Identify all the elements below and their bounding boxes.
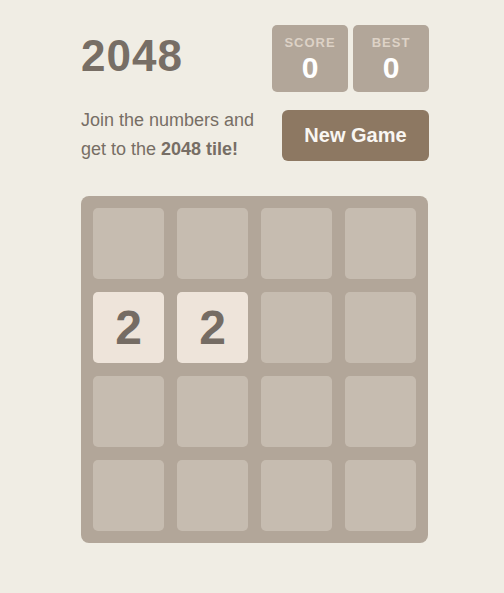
intro-line1: Join the numbers and <box>81 110 254 130</box>
game-intro: Join the numbers and get to the 2048 til… <box>81 106 254 164</box>
scores-container: SCORE 0 BEST 0 <box>272 25 429 92</box>
board-cell-empty <box>345 292 416 363</box>
board-cell-empty <box>261 376 332 447</box>
best-value: 0 <box>383 51 400 85</box>
score-label: SCORE <box>284 35 335 51</box>
board-cell-empty <box>93 460 164 531</box>
board-cell-empty <box>177 376 248 447</box>
tile-2: 2 <box>93 292 164 363</box>
board-cell-empty <box>93 376 164 447</box>
intro-line2-goal: 2048 tile! <box>161 139 238 159</box>
best-box: BEST 0 <box>353 25 429 92</box>
board-cell-empty <box>93 208 164 279</box>
best-label: BEST <box>372 35 411 51</box>
new-game-button[interactable]: New Game <box>282 110 429 161</box>
board-cell-empty <box>345 208 416 279</box>
tile-2: 2 <box>177 292 248 363</box>
board-cell-empty <box>261 208 332 279</box>
header: 2048 SCORE 0 BEST 0 <box>81 25 429 92</box>
intro-line2-prefix: get to the <box>81 139 161 159</box>
board-cell-empty <box>177 208 248 279</box>
board-cell-empty <box>261 460 332 531</box>
board-cell-empty <box>177 460 248 531</box>
board[interactable]: 22 <box>81 196 428 543</box>
score-box: SCORE 0 <box>272 25 348 92</box>
above-board-row: Join the numbers and get to the 2048 til… <box>81 106 429 164</box>
game-container: 2048 SCORE 0 BEST 0 Join the numbers and… <box>81 25 429 543</box>
board-cell-empty <box>261 292 332 363</box>
score-value: 0 <box>302 51 319 85</box>
board-cell-empty <box>345 376 416 447</box>
page-title: 2048 <box>81 25 183 92</box>
board-cell-empty <box>345 460 416 531</box>
